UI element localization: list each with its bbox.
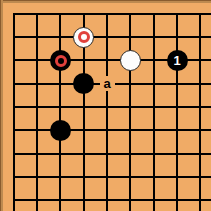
board-point (142, 96, 165, 119)
board-point (72, 2, 95, 25)
board-point (49, 2, 72, 25)
board-point (142, 119, 165, 142)
board-point (189, 119, 211, 142)
board-point (96, 189, 119, 211)
board-point (165, 96, 188, 119)
board-point (96, 119, 119, 142)
board-point (2, 142, 25, 165)
board-point (96, 165, 119, 188)
black-stone-move-1: 1 (167, 50, 188, 71)
point-label-a: a (100, 76, 115, 91)
board-point (119, 2, 142, 25)
board-point (96, 96, 119, 119)
board-point (26, 2, 49, 25)
board-point (119, 26, 142, 49)
board-point (72, 26, 95, 49)
board-point (142, 142, 165, 165)
board-point (189, 2, 211, 25)
board-point (119, 72, 142, 95)
board-point (49, 119, 72, 142)
board-point (96, 142, 119, 165)
board-point: a (96, 72, 119, 95)
board-point (26, 49, 49, 72)
board-point (2, 189, 25, 211)
board-point (72, 165, 95, 188)
board-points-grid: 1a (2, 2, 211, 211)
board-point (2, 119, 25, 142)
white-stone-circled (73, 27, 94, 48)
board-point (49, 96, 72, 119)
circle-mark-icon (55, 55, 67, 67)
board-point (26, 26, 49, 49)
black-stone-circled (50, 50, 71, 71)
circle-mark-icon (78, 31, 90, 43)
board-point (142, 26, 165, 49)
board-point (165, 26, 188, 49)
go-diagram: 1a (0, 0, 211, 211)
board-point (119, 165, 142, 188)
move-number: 1 (174, 54, 181, 67)
black-stone (73, 73, 94, 94)
board-point (2, 49, 25, 72)
board-point (96, 49, 119, 72)
board-point (119, 142, 142, 165)
board-point (142, 2, 165, 25)
white-stone (120, 50, 141, 71)
board-point (142, 165, 165, 188)
board-point (165, 119, 188, 142)
board-point (2, 96, 25, 119)
board-point (189, 72, 211, 95)
board-point (119, 49, 142, 72)
board-point (189, 49, 211, 72)
board-point (142, 49, 165, 72)
board-point (165, 2, 188, 25)
board-point (49, 142, 72, 165)
board-point (26, 165, 49, 188)
board-point (119, 189, 142, 211)
board-point (96, 2, 119, 25)
board-point (119, 96, 142, 119)
board-point (72, 72, 95, 95)
board-point (49, 189, 72, 211)
go-board: 1a (0, 0, 211, 211)
board-point (2, 2, 25, 25)
board-point (26, 142, 49, 165)
board-point (142, 189, 165, 211)
board-point (189, 165, 211, 188)
board-point (49, 72, 72, 95)
board-point (72, 96, 95, 119)
board-point (2, 26, 25, 49)
board-point (142, 72, 165, 95)
board-point (189, 26, 211, 49)
board-point (72, 49, 95, 72)
board-point (189, 189, 211, 211)
board-point (189, 96, 211, 119)
board-point (2, 165, 25, 188)
board-point (165, 72, 188, 95)
board-point (26, 119, 49, 142)
board-point (49, 26, 72, 49)
board-point (72, 119, 95, 142)
board-point (165, 189, 188, 211)
board-point (72, 189, 95, 211)
board-point (96, 26, 119, 49)
board-point (49, 49, 72, 72)
board-point (26, 72, 49, 95)
board-point (72, 142, 95, 165)
board-point (189, 142, 211, 165)
board-point (26, 96, 49, 119)
board-point: 1 (165, 49, 188, 72)
board-point (26, 189, 49, 211)
board-point (165, 142, 188, 165)
black-stone (50, 120, 71, 141)
board-point (119, 119, 142, 142)
board-point (49, 165, 72, 188)
board-point (2, 72, 25, 95)
board-point (165, 165, 188, 188)
